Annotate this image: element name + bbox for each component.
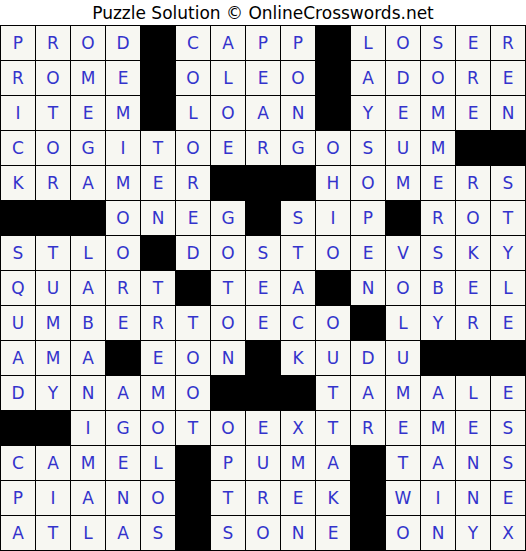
letter-cell-r15c8: O bbox=[246, 516, 280, 550]
letter-cell-r1c3: O bbox=[71, 26, 105, 60]
letter-cell-r15c12: O bbox=[386, 516, 420, 550]
letter-cell-r4c4: I bbox=[106, 131, 140, 165]
letter-cell-r9c6: T bbox=[176, 306, 210, 340]
letter-cell-r2c13: O bbox=[421, 61, 455, 95]
letter-cell-r8c2: U bbox=[36, 271, 70, 305]
letter-cell-r14c1: P bbox=[1, 481, 35, 515]
letter-cell-r12c5: O bbox=[141, 411, 175, 445]
letter-cell-r7c6: D bbox=[176, 236, 210, 270]
letter-cell-r6c4: O bbox=[106, 201, 140, 235]
letter-cell-r5c3: A bbox=[71, 166, 105, 200]
letter-cell-r1c2: R bbox=[36, 26, 70, 60]
letter-cell-r12c10: T bbox=[316, 411, 350, 445]
letter-cell-r13c15: S bbox=[491, 446, 525, 480]
letter-cell-r14c10: K bbox=[316, 481, 350, 515]
letter-cell-r2c12: D bbox=[386, 61, 420, 95]
letter-cell-r14c13: I bbox=[421, 481, 455, 515]
block-cell-r10c8 bbox=[246, 341, 280, 375]
letter-cell-r8c4: R bbox=[106, 271, 140, 305]
block-cell-r10c15 bbox=[491, 341, 525, 375]
page-title: Puzzle Solution © OnlineCrosswords.net bbox=[92, 3, 434, 23]
block-cell-r5c8 bbox=[246, 166, 280, 200]
letter-cell-r11c11: A bbox=[351, 376, 385, 410]
letter-cell-r12c8: E bbox=[246, 411, 280, 445]
letter-cell-r2c4: E bbox=[106, 61, 140, 95]
letter-cell-r1c4: D bbox=[106, 26, 140, 60]
letter-cell-r7c12: V bbox=[386, 236, 420, 270]
letter-cell-r2c2: O bbox=[36, 61, 70, 95]
letter-cell-r4c5: T bbox=[141, 131, 175, 165]
letter-cell-r14c12: W bbox=[386, 481, 420, 515]
letter-cell-r4c6: O bbox=[176, 131, 210, 165]
letter-cell-r14c4: N bbox=[106, 481, 140, 515]
letter-cell-r1c7: A bbox=[211, 26, 245, 60]
block-cell-r8c6 bbox=[176, 271, 210, 305]
letter-cell-r11c6: O bbox=[176, 376, 210, 410]
letter-cell-r9c4: E bbox=[106, 306, 140, 340]
letter-cell-r9c2: M bbox=[36, 306, 70, 340]
letter-cell-r7c9: T bbox=[281, 236, 315, 270]
letter-cell-r14c9: E bbox=[281, 481, 315, 515]
block-cell-r4c14 bbox=[456, 131, 490, 165]
letter-cell-r9c5: R bbox=[141, 306, 175, 340]
letter-cell-r2c1: R bbox=[1, 61, 35, 95]
letter-cell-r5c11: O bbox=[351, 166, 385, 200]
letter-cell-r10c10: U bbox=[316, 341, 350, 375]
letter-cell-r11c14: L bbox=[456, 376, 490, 410]
letter-cell-r3c8: A bbox=[246, 96, 280, 130]
letter-cell-r10c9: K bbox=[281, 341, 315, 375]
block-cell-r13c6 bbox=[176, 446, 210, 480]
letter-cell-r6c13: R bbox=[421, 201, 455, 235]
block-cell-r3c5 bbox=[141, 96, 175, 130]
letter-cell-r15c14: Y bbox=[456, 516, 490, 550]
letter-cell-r15c2: T bbox=[36, 516, 70, 550]
letter-cell-r7c8: S bbox=[246, 236, 280, 270]
letter-cell-r3c11: Y bbox=[351, 96, 385, 130]
letter-cell-r13c8: U bbox=[246, 446, 280, 480]
letter-cell-r6c9: S bbox=[281, 201, 315, 235]
letter-cell-r12c12: E bbox=[386, 411, 420, 445]
letter-cell-r3c9: N bbox=[281, 96, 315, 130]
letter-cell-r1c12: O bbox=[386, 26, 420, 60]
letter-cell-r15c4: A bbox=[106, 516, 140, 550]
letter-cell-r6c15: T bbox=[491, 201, 525, 235]
letter-cell-r5c2: R bbox=[36, 166, 70, 200]
letter-cell-r7c4: O bbox=[106, 236, 140, 270]
block-cell-r5c9 bbox=[281, 166, 315, 200]
letter-cell-r2c11: A bbox=[351, 61, 385, 95]
letter-cell-r8c12: O bbox=[386, 271, 420, 305]
letter-cell-r8c1: Q bbox=[1, 271, 35, 305]
letter-cell-r15c3: L bbox=[71, 516, 105, 550]
letter-cell-r15c5: S bbox=[141, 516, 175, 550]
block-cell-r7c5 bbox=[141, 236, 175, 270]
letter-cell-r5c14: R bbox=[456, 166, 490, 200]
letter-cell-r7c1: S bbox=[1, 236, 35, 270]
letter-cell-r13c1: C bbox=[1, 446, 35, 480]
letter-cell-r9c12: L bbox=[386, 306, 420, 340]
block-cell-r15c11 bbox=[351, 516, 385, 550]
letter-cell-r3c12: E bbox=[386, 96, 420, 130]
letter-cell-r1c11: L bbox=[351, 26, 385, 60]
letter-cell-r14c3: A bbox=[71, 481, 105, 515]
block-cell-r10c14 bbox=[456, 341, 490, 375]
block-cell-r2c10 bbox=[316, 61, 350, 95]
letter-cell-r9c7: O bbox=[211, 306, 245, 340]
letter-cell-r2c9: O bbox=[281, 61, 315, 95]
letter-cell-r4c2: O bbox=[36, 131, 70, 165]
block-cell-r6c8 bbox=[246, 201, 280, 235]
letter-cell-r7c10: O bbox=[316, 236, 350, 270]
block-cell-r5c7 bbox=[211, 166, 245, 200]
letter-cell-r13c4: E bbox=[106, 446, 140, 480]
letter-cell-r10c3: A bbox=[71, 341, 105, 375]
letter-cell-r4c8: R bbox=[246, 131, 280, 165]
letter-cell-r8c3: A bbox=[71, 271, 105, 305]
letter-cell-r5c6: R bbox=[176, 166, 210, 200]
letter-cell-r4c12: U bbox=[386, 131, 420, 165]
letter-cell-r14c15: E bbox=[491, 481, 525, 515]
letter-cell-r15c10: E bbox=[316, 516, 350, 550]
block-cell-r11c7 bbox=[211, 376, 245, 410]
letter-cell-r15c9: N bbox=[281, 516, 315, 550]
block-cell-r6c1 bbox=[1, 201, 35, 235]
letter-cell-r15c15: X bbox=[491, 516, 525, 550]
letter-cell-r5c1: K bbox=[1, 166, 35, 200]
letter-cell-r10c1: A bbox=[1, 341, 35, 375]
block-cell-r11c8 bbox=[246, 376, 280, 410]
letter-cell-r13c5: L bbox=[141, 446, 175, 480]
letter-cell-r10c12: U bbox=[386, 341, 420, 375]
letter-cell-r11c3: N bbox=[71, 376, 105, 410]
letter-cell-r11c13: A bbox=[421, 376, 455, 410]
letter-cell-r13c7: P bbox=[211, 446, 245, 480]
letter-cell-r15c13: N bbox=[421, 516, 455, 550]
letter-cell-r9c3: B bbox=[71, 306, 105, 340]
letter-cell-r3c14: E bbox=[456, 96, 490, 130]
letter-cell-r12c15: S bbox=[491, 411, 525, 445]
block-cell-r8c10 bbox=[316, 271, 350, 305]
puzzle-solution-page: Puzzle Solution © OnlineCrosswords.net P… bbox=[0, 0, 526, 551]
letter-cell-r13c2: A bbox=[36, 446, 70, 480]
letter-cell-r11c12: M bbox=[386, 376, 420, 410]
letter-cell-r8c5: T bbox=[141, 271, 175, 305]
letter-cell-r14c8: R bbox=[246, 481, 280, 515]
letter-cell-r7c7: O bbox=[211, 236, 245, 270]
letter-cell-r4c13: M bbox=[421, 131, 455, 165]
letter-cell-r6c11: P bbox=[351, 201, 385, 235]
block-cell-r6c12 bbox=[386, 201, 420, 235]
letter-cell-r12c14: E bbox=[456, 411, 490, 445]
letter-cell-r13c14: N bbox=[456, 446, 490, 480]
crossword-board: PRODCAPPLOSERROMEOLEOADOREITEMLOANYEMENC… bbox=[0, 25, 526, 551]
block-cell-r14c6 bbox=[176, 481, 210, 515]
letter-cell-r2c14: R bbox=[456, 61, 490, 95]
letter-cell-r4c3: G bbox=[71, 131, 105, 165]
letter-cell-r7c2: T bbox=[36, 236, 70, 270]
letter-cell-r1c1: P bbox=[1, 26, 35, 60]
letter-cell-r2c15: E bbox=[491, 61, 525, 95]
letter-cell-r5c5: E bbox=[141, 166, 175, 200]
letter-cell-r7c3: L bbox=[71, 236, 105, 270]
letter-cell-r10c7: N bbox=[211, 341, 245, 375]
letter-cell-r10c2: M bbox=[36, 341, 70, 375]
letter-cell-r3c15: N bbox=[491, 96, 525, 130]
letter-cell-r13c10: A bbox=[316, 446, 350, 480]
block-cell-r4c15 bbox=[491, 131, 525, 165]
letter-cell-r3c6: L bbox=[176, 96, 210, 130]
letter-cell-r9c13: Y bbox=[421, 306, 455, 340]
letter-cell-r11c10: T bbox=[316, 376, 350, 410]
block-cell-r9c11 bbox=[351, 306, 385, 340]
block-cell-r6c3 bbox=[71, 201, 105, 235]
block-cell-r12c1 bbox=[1, 411, 35, 445]
letter-cell-r8c9: A bbox=[281, 271, 315, 305]
letter-cell-r11c1: D bbox=[1, 376, 35, 410]
letter-cell-r1c9: P bbox=[281, 26, 315, 60]
letter-cell-r2c3: M bbox=[71, 61, 105, 95]
letter-cell-r3c13: M bbox=[421, 96, 455, 130]
block-cell-r2c5 bbox=[141, 61, 175, 95]
letter-cell-r3c2: T bbox=[36, 96, 70, 130]
letter-cell-r12c3: I bbox=[71, 411, 105, 445]
letter-cell-r11c2: Y bbox=[36, 376, 70, 410]
letter-cell-r10c11: D bbox=[351, 341, 385, 375]
letter-cell-r1c8: P bbox=[246, 26, 280, 60]
block-cell-r10c13 bbox=[421, 341, 455, 375]
letter-cell-r12c9: X bbox=[281, 411, 315, 445]
letter-cell-r1c15: R bbox=[491, 26, 525, 60]
letter-cell-r11c5: M bbox=[141, 376, 175, 410]
block-cell-r14c11 bbox=[351, 481, 385, 515]
letter-cell-r4c10: O bbox=[316, 131, 350, 165]
letter-cell-r14c2: I bbox=[36, 481, 70, 515]
letter-cell-r4c1: C bbox=[1, 131, 35, 165]
letter-cell-r14c5: O bbox=[141, 481, 175, 515]
letter-cell-r8c13: B bbox=[421, 271, 455, 305]
letter-cell-r9c1: U bbox=[1, 306, 35, 340]
letter-cell-r7c13: S bbox=[421, 236, 455, 270]
letter-cell-r1c13: S bbox=[421, 26, 455, 60]
letter-cell-r13c3: M bbox=[71, 446, 105, 480]
letter-cell-r7c15: Y bbox=[491, 236, 525, 270]
letter-cell-r2c6: O bbox=[176, 61, 210, 95]
letter-cell-r1c6: C bbox=[176, 26, 210, 60]
letter-cell-r8c8: E bbox=[246, 271, 280, 305]
letter-cell-r15c7: S bbox=[211, 516, 245, 550]
letter-cell-r1c14: E bbox=[456, 26, 490, 60]
letter-cell-r3c7: O bbox=[211, 96, 245, 130]
letter-cell-r4c7: E bbox=[211, 131, 245, 165]
letter-cell-r8c14: E bbox=[456, 271, 490, 305]
letter-cell-r5c15: S bbox=[491, 166, 525, 200]
letter-cell-r3c3: E bbox=[71, 96, 105, 130]
letter-cell-r2c8: E bbox=[246, 61, 280, 95]
letter-cell-r5c13: E bbox=[421, 166, 455, 200]
title-bar: Puzzle Solution © OnlineCrosswords.net bbox=[0, 0, 526, 25]
letter-cell-r4c9: G bbox=[281, 131, 315, 165]
letter-cell-r12c7: O bbox=[211, 411, 245, 445]
block-cell-r1c5 bbox=[141, 26, 175, 60]
letter-cell-r5c12: M bbox=[386, 166, 420, 200]
letter-cell-r8c7: T bbox=[211, 271, 245, 305]
letter-cell-r6c6: E bbox=[176, 201, 210, 235]
letter-cell-r6c7: G bbox=[211, 201, 245, 235]
letter-cell-r12c13: M bbox=[421, 411, 455, 445]
block-cell-r6c2 bbox=[36, 201, 70, 235]
letter-cell-r5c4: M bbox=[106, 166, 140, 200]
letter-cell-r12c11: R bbox=[351, 411, 385, 445]
letter-cell-r3c1: I bbox=[1, 96, 35, 130]
letter-cell-r11c4: A bbox=[106, 376, 140, 410]
letter-cell-r13c12: T bbox=[386, 446, 420, 480]
block-cell-r15c6 bbox=[176, 516, 210, 550]
letter-cell-r13c13: A bbox=[421, 446, 455, 480]
letter-cell-r13c9: M bbox=[281, 446, 315, 480]
letter-cell-r3c4: M bbox=[106, 96, 140, 130]
block-cell-r10c4 bbox=[106, 341, 140, 375]
letter-cell-r15c1: A bbox=[1, 516, 35, 550]
letter-cell-r5c10: H bbox=[316, 166, 350, 200]
letter-cell-r9c15: E bbox=[491, 306, 525, 340]
letter-cell-r7c14: K bbox=[456, 236, 490, 270]
letter-cell-r9c9: C bbox=[281, 306, 315, 340]
letter-cell-r9c10: O bbox=[316, 306, 350, 340]
block-cell-r11c9 bbox=[281, 376, 315, 410]
letter-cell-r6c5: N bbox=[141, 201, 175, 235]
letter-cell-r7c11: E bbox=[351, 236, 385, 270]
letter-cell-r4c11: S bbox=[351, 131, 385, 165]
block-cell-r12c2 bbox=[36, 411, 70, 445]
letter-cell-r9c8: E bbox=[246, 306, 280, 340]
letter-cell-r14c14: N bbox=[456, 481, 490, 515]
block-cell-r13c11 bbox=[351, 446, 385, 480]
letter-cell-r6c14: O bbox=[456, 201, 490, 235]
letter-cell-r11c15: E bbox=[491, 376, 525, 410]
letter-cell-r14c7: T bbox=[211, 481, 245, 515]
letter-cell-r9c14: R bbox=[456, 306, 490, 340]
block-cell-r1c10 bbox=[316, 26, 350, 60]
letter-cell-r8c11: N bbox=[351, 271, 385, 305]
letter-cell-r2c7: L bbox=[211, 61, 245, 95]
letter-cell-r12c4: G bbox=[106, 411, 140, 445]
letter-cell-r10c5: E bbox=[141, 341, 175, 375]
letter-cell-r12c6: T bbox=[176, 411, 210, 445]
letter-cell-r10c6: O bbox=[176, 341, 210, 375]
letter-cell-r8c15: L bbox=[491, 271, 525, 305]
letter-cell-r6c10: I bbox=[316, 201, 350, 235]
block-cell-r3c10 bbox=[316, 96, 350, 130]
